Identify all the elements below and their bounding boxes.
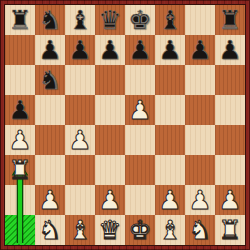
black-pawn-h7[interactable]: ♟ — [215, 35, 245, 65]
black-queen-d8[interactable]: ♛ — [95, 5, 125, 35]
white-pawn-d2[interactable]: ♟ — [95, 185, 125, 215]
square-g5[interactable] — [185, 95, 215, 125]
black-bishop-f8[interactable]: ♝ — [155, 5, 185, 35]
square-g2[interactable]: ♟ — [185, 185, 215, 215]
square-g1[interactable]: ♞ — [185, 215, 215, 245]
white-pawn-e5[interactable]: ♟ — [125, 95, 155, 125]
square-e1[interactable]: ♚ — [125, 215, 155, 245]
square-f7[interactable]: ♟ — [155, 35, 185, 65]
white-rook-h1[interactable]: ♜ — [215, 215, 245, 245]
white-pawn-h2[interactable]: ♟ — [215, 185, 245, 215]
square-b7[interactable]: ♟ — [35, 35, 65, 65]
square-c7[interactable]: ♟ — [65, 35, 95, 65]
square-d4[interactable] — [95, 125, 125, 155]
square-h3[interactable] — [215, 155, 245, 185]
black-rook-h8[interactable]: ♜ — [215, 5, 245, 35]
square-b8[interactable]: ♞ — [35, 5, 65, 35]
white-bishop-c1[interactable]: ♝ — [65, 215, 95, 245]
square-e8[interactable]: ♚ — [125, 5, 155, 35]
white-king-e1[interactable]: ♚ — [125, 215, 155, 245]
square-d1[interactable]: ♛ — [95, 215, 125, 245]
square-b2[interactable]: ♟ — [35, 185, 65, 215]
white-pawn-g2[interactable]: ♟ — [185, 185, 215, 215]
square-f1[interactable]: ♝ — [155, 215, 185, 245]
square-b1[interactable]: ♞ — [35, 215, 65, 245]
square-h7[interactable]: ♟ — [215, 35, 245, 65]
square-a1[interactable] — [5, 215, 35, 245]
square-g7[interactable]: ♟ — [185, 35, 215, 65]
square-g6[interactable] — [185, 65, 215, 95]
white-rook-a3[interactable]: ♜ — [5, 155, 35, 185]
square-d2[interactable]: ♟ — [95, 185, 125, 215]
square-d7[interactable]: ♟ — [95, 35, 125, 65]
black-rook-a8[interactable]: ♜ — [5, 5, 35, 35]
white-queen-d1[interactable]: ♛ — [95, 215, 125, 245]
square-h6[interactable] — [215, 65, 245, 95]
square-a5[interactable]: ♟ — [5, 95, 35, 125]
square-h4[interactable] — [215, 125, 245, 155]
square-d5[interactable] — [95, 95, 125, 125]
square-e3[interactable] — [125, 155, 155, 185]
black-pawn-d7[interactable]: ♟ — [95, 35, 125, 65]
square-f3[interactable] — [155, 155, 185, 185]
black-pawn-c7[interactable]: ♟ — [65, 35, 95, 65]
square-e4[interactable] — [125, 125, 155, 155]
black-pawn-f7[interactable]: ♟ — [155, 35, 185, 65]
square-c3[interactable] — [65, 155, 95, 185]
square-a2[interactable] — [5, 185, 35, 215]
square-a7[interactable] — [5, 35, 35, 65]
square-f6[interactable] — [155, 65, 185, 95]
square-d6[interactable] — [95, 65, 125, 95]
square-f8[interactable]: ♝ — [155, 5, 185, 35]
white-pawn-a4[interactable]: ♟ — [5, 125, 35, 155]
square-c4[interactable]: ♟ — [65, 125, 95, 155]
white-knight-g1[interactable]: ♞ — [185, 215, 215, 245]
square-a3[interactable]: ♜ — [5, 155, 35, 185]
square-g4[interactable] — [185, 125, 215, 155]
black-knight-b8[interactable]: ♞ — [35, 5, 65, 35]
square-b6[interactable]: ♞ — [35, 65, 65, 95]
square-c2[interactable] — [65, 185, 95, 215]
square-a8[interactable]: ♜ — [5, 5, 35, 35]
square-d8[interactable]: ♛ — [95, 5, 125, 35]
white-pawn-f2[interactable]: ♟ — [155, 185, 185, 215]
square-a4[interactable]: ♟ — [5, 125, 35, 155]
square-c1[interactable]: ♝ — [65, 215, 95, 245]
square-f4[interactable] — [155, 125, 185, 155]
black-pawn-b7[interactable]: ♟ — [35, 35, 65, 65]
black-king-e8[interactable]: ♚ — [125, 5, 155, 35]
square-h2[interactable]: ♟ — [215, 185, 245, 215]
square-b3[interactable] — [35, 155, 65, 185]
square-f2[interactable]: ♟ — [155, 185, 185, 215]
square-b5[interactable] — [35, 95, 65, 125]
square-c5[interactable] — [65, 95, 95, 125]
square-c8[interactable]: ♝ — [65, 5, 95, 35]
square-e2[interactable] — [125, 185, 155, 215]
square-h5[interactable] — [215, 95, 245, 125]
white-bishop-f1[interactable]: ♝ — [155, 215, 185, 245]
square-e7[interactable]: ♟ — [125, 35, 155, 65]
square-f5[interactable] — [155, 95, 185, 125]
black-pawn-e7[interactable]: ♟ — [125, 35, 155, 65]
square-g8[interactable] — [185, 5, 215, 35]
chess-board-frame: ♜♞♝♛♚♝♜♟♟♟♟♟♟♟♞♟♟♟♟♜♟♟♟♟♟♞♝♛♚♝♞♜ — [0, 0, 250, 250]
chess-board: ♜♞♝♛♚♝♜♟♟♟♟♟♟♟♞♟♟♟♟♜♟♟♟♟♟♞♝♛♚♝♞♜ — [5, 5, 245, 245]
white-pawn-c4[interactable]: ♟ — [65, 125, 95, 155]
black-pawn-g7[interactable]: ♟ — [185, 35, 215, 65]
square-d3[interactable] — [95, 155, 125, 185]
black-knight-b6[interactable]: ♞ — [35, 65, 65, 95]
white-pawn-b2[interactable]: ♟ — [35, 185, 65, 215]
black-bishop-c8[interactable]: ♝ — [65, 5, 95, 35]
square-e5[interactable]: ♟ — [125, 95, 155, 125]
white-knight-b1[interactable]: ♞ — [35, 215, 65, 245]
square-g3[interactable] — [185, 155, 215, 185]
square-h1[interactable]: ♜ — [215, 215, 245, 245]
square-e6[interactable] — [125, 65, 155, 95]
square-h8[interactable]: ♜ — [215, 5, 245, 35]
square-a6[interactable] — [5, 65, 35, 95]
square-c6[interactable] — [65, 65, 95, 95]
black-pawn-a5[interactable]: ♟ — [5, 95, 35, 125]
square-b4[interactable] — [35, 125, 65, 155]
